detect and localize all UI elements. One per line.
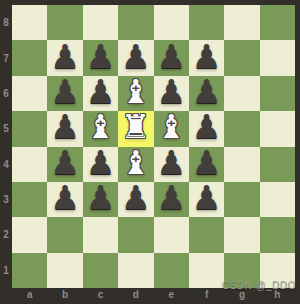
square-b3[interactable]: ♟: [47, 182, 82, 217]
square-e3[interactable]: ♟: [154, 182, 189, 217]
square-c3[interactable]: ♟: [83, 182, 118, 217]
black-pawn[interactable]: ♟: [156, 75, 186, 108]
square-h4[interactable]: [260, 147, 295, 182]
square-c1[interactable]: [83, 253, 118, 288]
square-e5[interactable]: ♝: [154, 111, 189, 146]
white-bishop[interactable]: ♝: [121, 146, 151, 179]
rank-label-5: 5: [0, 111, 12, 146]
square-d1[interactable]: [118, 253, 153, 288]
black-pawn[interactable]: ♟: [86, 75, 116, 108]
file-label-c: c: [83, 288, 118, 303]
square-a5[interactable]: [12, 111, 47, 146]
black-pawn[interactable]: ♟: [50, 110, 80, 143]
black-pawn[interactable]: ♟: [50, 75, 80, 108]
black-pawn[interactable]: ♟: [156, 146, 186, 179]
watermark: CSDN @_DDO: [222, 280, 296, 291]
rank-label-4: 4: [0, 147, 12, 182]
square-d5[interactable]: ♜: [118, 111, 153, 146]
square-d3[interactable]: ♟: [118, 182, 153, 217]
square-g7[interactable]: [224, 40, 259, 75]
square-c2[interactable]: [83, 217, 118, 252]
file-label-e: e: [154, 288, 189, 303]
square-e8[interactable]: [154, 5, 189, 40]
white-bishop[interactable]: ♝: [121, 75, 151, 108]
square-b7[interactable]: ♟: [47, 40, 82, 75]
rank-labels: 87654321: [0, 5, 12, 288]
white-bishop[interactable]: ♝: [156, 110, 186, 143]
square-d6[interactable]: ♝: [118, 76, 153, 111]
square-g3[interactable]: [224, 182, 259, 217]
square-f4[interactable]: ♟: [189, 147, 224, 182]
square-h5[interactable]: [260, 111, 295, 146]
square-f3[interactable]: ♟: [189, 182, 224, 217]
chess-board-frame: ♟♟♟♟♟♟♟♝♟♟♟♝♜♝♟♟♟♝♟♟♟♟♟♟♟ 87654321 abcde…: [0, 0, 300, 304]
square-e7[interactable]: ♟: [154, 40, 189, 75]
square-h7[interactable]: [260, 40, 295, 75]
black-pawn[interactable]: ♟: [192, 181, 222, 214]
square-b2[interactable]: [47, 217, 82, 252]
black-pawn[interactable]: ♟: [86, 146, 116, 179]
rank-label-1: 1: [0, 253, 12, 288]
square-f1[interactable]: [189, 253, 224, 288]
square-c7[interactable]: ♟: [83, 40, 118, 75]
black-pawn[interactable]: ♟: [192, 40, 222, 73]
square-b1[interactable]: [47, 253, 82, 288]
black-pawn[interactable]: ♟: [86, 181, 116, 214]
black-pawn[interactable]: ♟: [192, 146, 222, 179]
rank-label-3: 3: [0, 182, 12, 217]
square-e6[interactable]: ♟: [154, 76, 189, 111]
square-f7[interactable]: ♟: [189, 40, 224, 75]
square-d8[interactable]: [118, 5, 153, 40]
square-b8[interactable]: [47, 5, 82, 40]
black-pawn[interactable]: ♟: [192, 75, 222, 108]
square-e2[interactable]: [154, 217, 189, 252]
square-f5[interactable]: ♟: [189, 111, 224, 146]
square-a1[interactable]: [12, 253, 47, 288]
rank-label-6: 6: [0, 76, 12, 111]
square-b6[interactable]: ♟: [47, 76, 82, 111]
square-a8[interactable]: [12, 5, 47, 40]
white-bishop[interactable]: ♝: [86, 110, 116, 143]
square-f8[interactable]: [189, 5, 224, 40]
square-h6[interactable]: [260, 76, 295, 111]
black-pawn[interactable]: ♟: [121, 181, 151, 214]
file-label-d: d: [118, 288, 153, 303]
black-pawn[interactable]: ♟: [50, 146, 80, 179]
file-label-f: f: [189, 288, 224, 303]
square-c5[interactable]: ♝: [83, 111, 118, 146]
black-pawn[interactable]: ♟: [156, 40, 186, 73]
square-a2[interactable]: [12, 217, 47, 252]
rank-label-7: 7: [0, 40, 12, 75]
square-e1[interactable]: [154, 253, 189, 288]
square-h3[interactable]: [260, 182, 295, 217]
square-g6[interactable]: [224, 76, 259, 111]
square-h8[interactable]: [260, 5, 295, 40]
square-d2[interactable]: [118, 217, 153, 252]
file-label-a: a: [12, 288, 47, 303]
square-a3[interactable]: [12, 182, 47, 217]
square-f2[interactable]: [189, 217, 224, 252]
rank-label-2: 2: [0, 217, 12, 252]
square-b5[interactable]: ♟: [47, 111, 82, 146]
square-c4[interactable]: ♟: [83, 147, 118, 182]
square-c8[interactable]: [83, 5, 118, 40]
black-pawn[interactable]: ♟: [50, 40, 80, 73]
square-g5[interactable]: [224, 111, 259, 146]
black-pawn[interactable]: ♟: [156, 181, 186, 214]
square-g4[interactable]: [224, 147, 259, 182]
black-pawn[interactable]: ♟: [192, 110, 222, 143]
square-a7[interactable]: [12, 40, 47, 75]
square-b4[interactable]: ♟: [47, 147, 82, 182]
square-e4[interactable]: ♟: [154, 147, 189, 182]
square-g2[interactable]: [224, 217, 259, 252]
black-pawn[interactable]: ♟: [121, 40, 151, 73]
square-a4[interactable]: [12, 147, 47, 182]
square-f6[interactable]: ♟: [189, 76, 224, 111]
square-a6[interactable]: [12, 76, 47, 111]
black-pawn[interactable]: ♟: [86, 40, 116, 73]
square-h2[interactable]: [260, 217, 295, 252]
square-d4[interactable]: ♝: [118, 147, 153, 182]
black-pawn[interactable]: ♟: [50, 181, 80, 214]
white-rook[interactable]: ♜: [121, 110, 151, 143]
square-g8[interactable]: [224, 5, 259, 40]
square-c6[interactable]: ♟: [83, 76, 118, 111]
rank-label-8: 8: [0, 5, 12, 40]
square-d7[interactable]: ♟: [118, 40, 153, 75]
chess-board: ♟♟♟♟♟♟♟♝♟♟♟♝♜♝♟♟♟♝♟♟♟♟♟♟♟: [12, 5, 295, 288]
file-label-b: b: [47, 288, 82, 303]
